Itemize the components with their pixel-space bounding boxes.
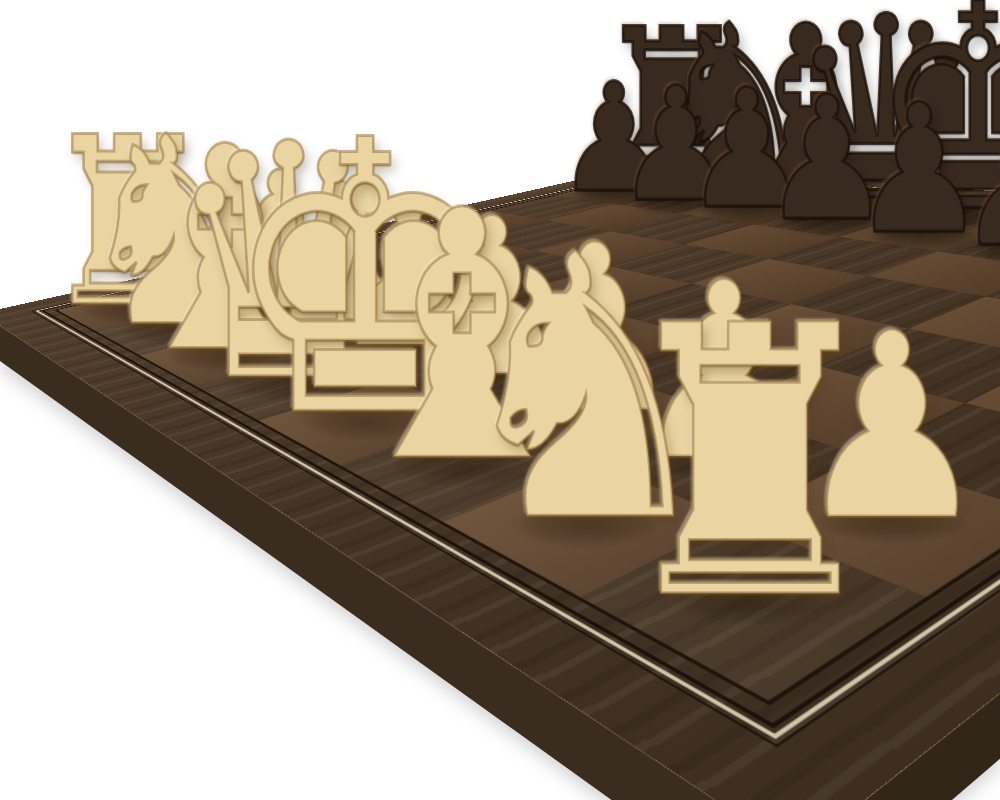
chess-set-photo: ♜♞♝♛♚♝♞♜♟♟♟♟♟♟♟♟♟♟♟♟♟♟♟♟♜♞♝♛♚♝♞♜ <box>0 0 1000 800</box>
